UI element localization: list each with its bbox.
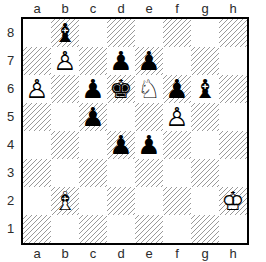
square-d4[interactable]: ♟ <box>107 131 135 159</box>
square-h1[interactable] <box>219 215 247 243</box>
black-pawn-d7: ♟ <box>107 47 135 75</box>
black-pawn-c5: ♟ <box>79 103 107 131</box>
square-c3[interactable] <box>79 159 107 187</box>
square-f4[interactable] <box>163 131 191 159</box>
square-f1[interactable] <box>163 215 191 243</box>
file-label-bottom-c: c <box>79 246 107 262</box>
square-f6[interactable]: ♟ <box>163 75 191 103</box>
black-pawn-d4: ♟ <box>107 131 135 159</box>
piece-fill: ♚ <box>219 187 247 215</box>
square-e6[interactable]: ♞♘ <box>135 75 163 103</box>
file-label-bottom-h: h <box>219 246 247 262</box>
square-h5[interactable] <box>219 103 247 131</box>
square-g5[interactable] <box>191 103 219 131</box>
square-g4[interactable] <box>191 131 219 159</box>
square-b6[interactable] <box>51 75 79 103</box>
rank-labels-left: 87654321 <box>0 19 21 243</box>
file-label-top-b: b <box>51 1 79 17</box>
square-d6[interactable]: ♚ <box>107 75 135 103</box>
square-c8[interactable] <box>79 19 107 47</box>
file-label-top-d: d <box>107 1 135 17</box>
square-f3[interactable] <box>163 159 191 187</box>
square-b4[interactable] <box>51 131 79 159</box>
square-d3[interactable] <box>107 159 135 187</box>
file-label-bottom-b: b <box>51 246 79 262</box>
square-a6[interactable]: ♟♙ <box>23 75 51 103</box>
square-f8[interactable] <box>163 19 191 47</box>
piece-fill: ♞ <box>135 75 163 103</box>
square-h3[interactable] <box>219 159 247 187</box>
file-label-top-e: e <box>135 1 163 17</box>
square-a5[interactable] <box>23 103 51 131</box>
file-label-bottom-e: e <box>135 246 163 262</box>
black-bishop-g6: ♝ <box>191 75 219 103</box>
file-label-top-f: f <box>163 1 191 17</box>
rank-label-7: 7 <box>0 47 21 75</box>
square-c4[interactable] <box>79 131 107 159</box>
square-b1[interactable] <box>51 215 79 243</box>
square-d7[interactable]: ♟ <box>107 47 135 75</box>
white-bishop-b2: ♗ <box>51 187 79 215</box>
square-e4[interactable]: ♟ <box>135 131 163 159</box>
square-c5[interactable]: ♟ <box>79 103 107 131</box>
rank-label-3: 3 <box>0 159 21 187</box>
rank-label-5: 5 <box>0 103 21 131</box>
square-f7[interactable] <box>163 47 191 75</box>
rank-label-2: 2 <box>0 187 21 215</box>
square-c1[interactable] <box>79 215 107 243</box>
square-g6[interactable]: ♝ <box>191 75 219 103</box>
square-e7[interactable]: ♟ <box>135 47 163 75</box>
square-c6[interactable]: ♟ <box>79 75 107 103</box>
chess-diagram: abcdefgh 87654321 ♝♟♙♟♟♟♙♟♚♞♘♟♝♟♟♙♟♟♝♗♚♔… <box>0 0 266 262</box>
piece-fill: ♟ <box>23 75 51 103</box>
black-pawn-e7: ♟ <box>135 47 163 75</box>
piece-fill: ♟ <box>163 103 191 131</box>
rank-label-6: 6 <box>0 75 21 103</box>
black-pawn-e4: ♟ <box>135 131 163 159</box>
square-b3[interactable] <box>51 159 79 187</box>
file-label-top-g: g <box>191 1 219 17</box>
square-b2[interactable]: ♝♗ <box>51 187 79 215</box>
square-a7[interactable] <box>23 47 51 75</box>
square-e1[interactable] <box>135 215 163 243</box>
file-label-top-a: a <box>23 1 51 17</box>
square-c2[interactable] <box>79 187 107 215</box>
square-e8[interactable] <box>135 19 163 47</box>
rank-label-4: 4 <box>0 131 21 159</box>
square-g7[interactable] <box>191 47 219 75</box>
square-a4[interactable] <box>23 131 51 159</box>
square-a1[interactable] <box>23 215 51 243</box>
square-a3[interactable] <box>23 159 51 187</box>
black-king-d6: ♚ <box>107 75 135 103</box>
square-e3[interactable] <box>135 159 163 187</box>
square-f5[interactable]: ♟♙ <box>163 103 191 131</box>
square-h7[interactable] <box>219 47 247 75</box>
square-g1[interactable] <box>191 215 219 243</box>
square-f2[interactable] <box>163 187 191 215</box>
file-label-top-h: h <box>219 1 247 17</box>
file-label-bottom-a: a <box>23 246 51 262</box>
black-pawn-c6: ♟ <box>79 75 107 103</box>
chess-board: ♝♟♙♟♟♟♙♟♚♞♘♟♝♟♟♙♟♟♝♗♚♔ <box>21 17 249 245</box>
file-label-bottom-f: f <box>163 246 191 262</box>
rank-label-1: 1 <box>0 215 21 243</box>
square-b7[interactable]: ♟♙ <box>51 47 79 75</box>
piece-fill: ♝ <box>51 187 79 215</box>
black-pawn-f6: ♟ <box>163 75 191 103</box>
file-labels-bottom: abcdefgh <box>23 246 247 262</box>
white-pawn-b7: ♙ <box>51 47 79 75</box>
square-c7[interactable] <box>79 47 107 75</box>
black-bishop-b8: ♝ <box>51 19 79 47</box>
piece-fill: ♟ <box>51 47 79 75</box>
square-b8[interactable]: ♝ <box>51 19 79 47</box>
square-h2[interactable]: ♚♔ <box>219 187 247 215</box>
square-g3[interactable] <box>191 159 219 187</box>
white-pawn-a6: ♙ <box>23 75 51 103</box>
square-a2[interactable] <box>23 187 51 215</box>
square-d2[interactable] <box>107 187 135 215</box>
square-d5[interactable] <box>107 103 135 131</box>
white-king-h2: ♔ <box>219 187 247 215</box>
square-g2[interactable] <box>191 187 219 215</box>
file-label-top-c: c <box>79 1 107 17</box>
square-e2[interactable] <box>135 187 163 215</box>
file-label-bottom-g: g <box>191 246 219 262</box>
square-h8[interactable] <box>219 19 247 47</box>
white-knight-e6: ♘ <box>135 75 163 103</box>
square-a8[interactable] <box>23 19 51 47</box>
file-label-bottom-d: d <box>107 246 135 262</box>
white-pawn-f5: ♙ <box>163 103 191 131</box>
square-d8[interactable] <box>107 19 135 47</box>
square-d1[interactable] <box>107 215 135 243</box>
file-labels-top: abcdefgh <box>23 1 247 17</box>
square-e5[interactable] <box>135 103 163 131</box>
square-h6[interactable] <box>219 75 247 103</box>
square-b5[interactable] <box>51 103 79 131</box>
square-h4[interactable] <box>219 131 247 159</box>
square-g8[interactable] <box>191 19 219 47</box>
rank-label-8: 8 <box>0 19 21 47</box>
